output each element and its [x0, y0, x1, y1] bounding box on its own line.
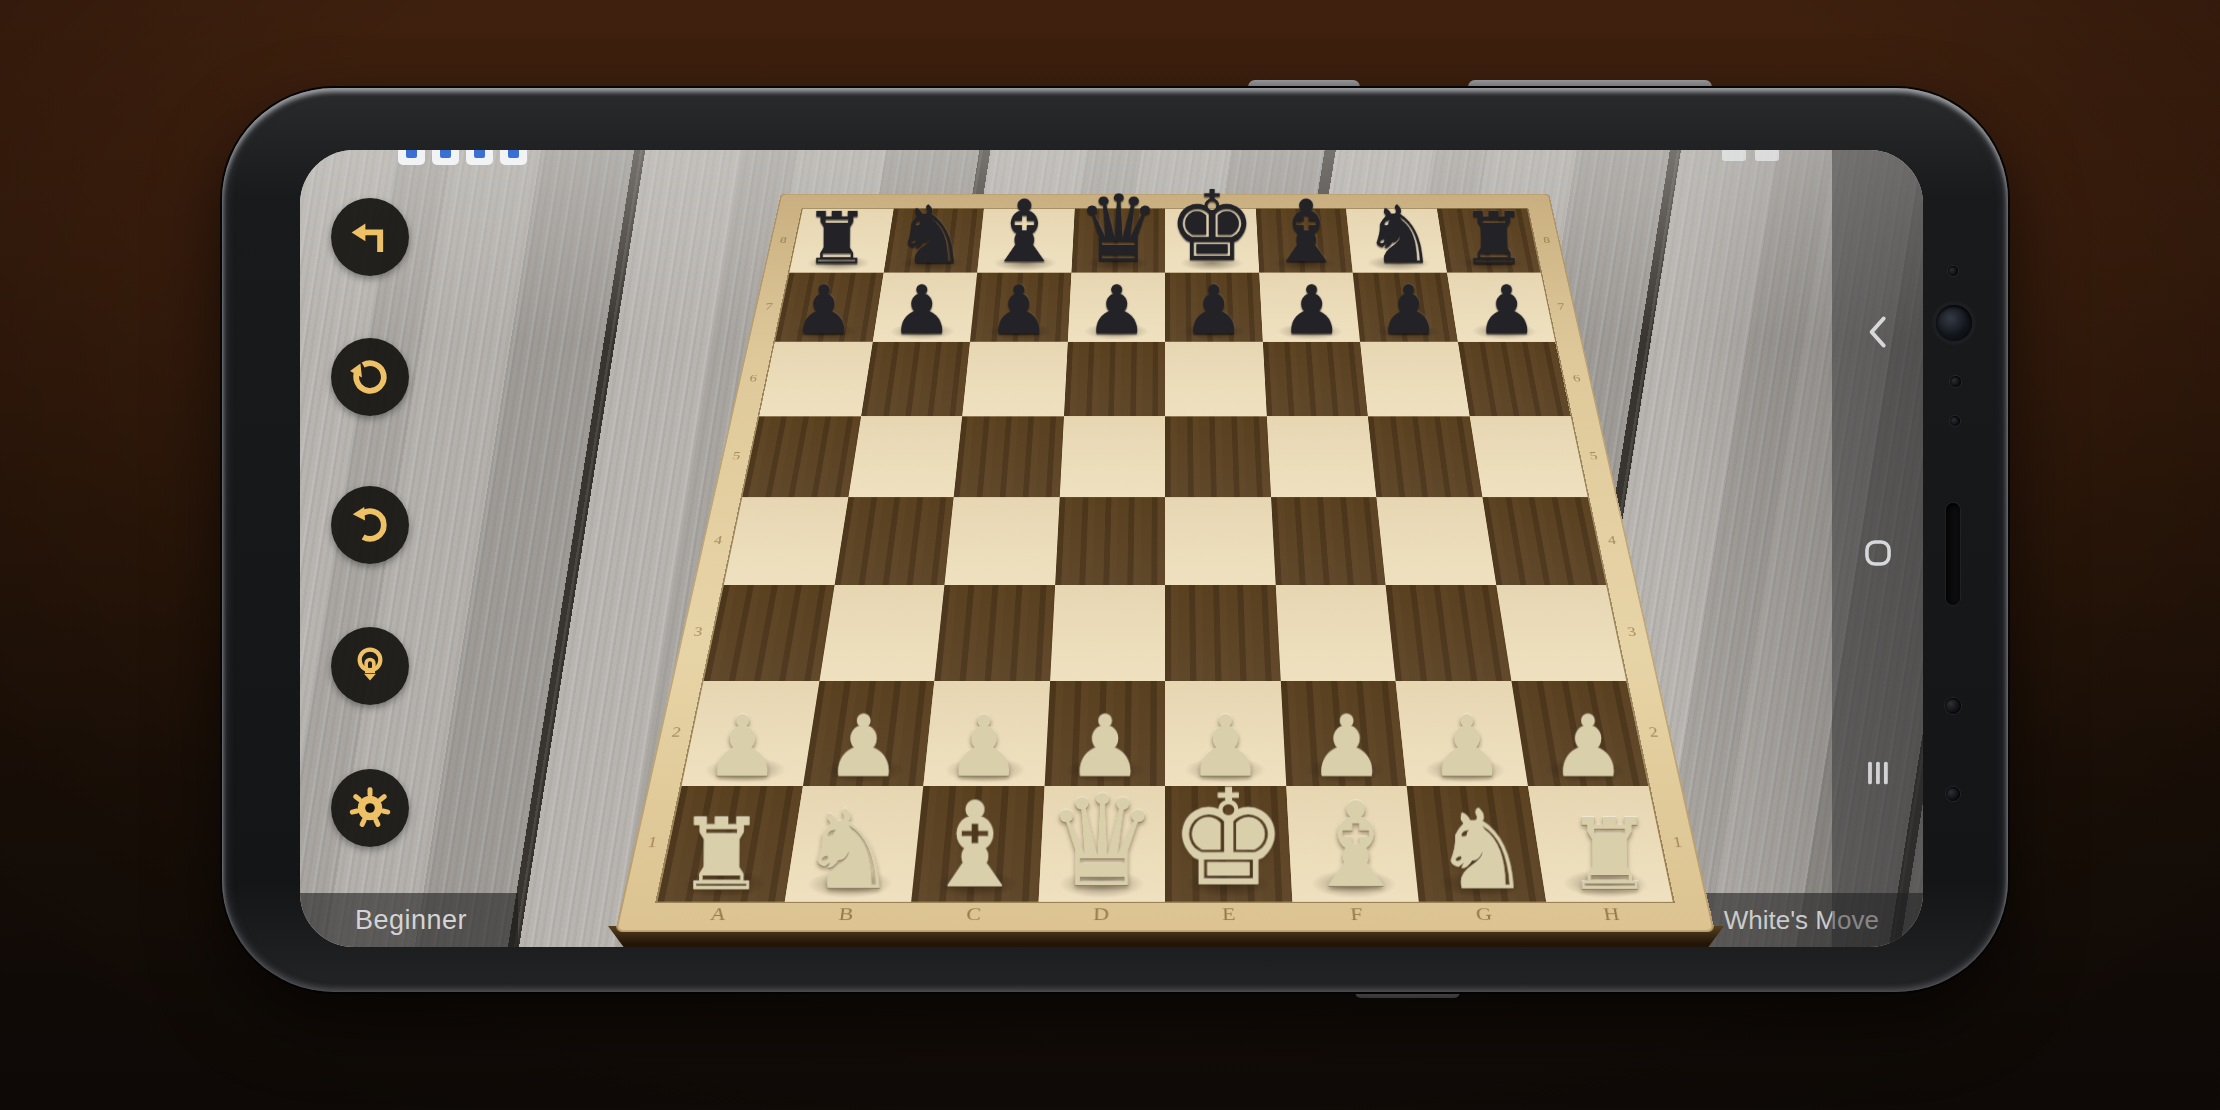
notification-icon	[500, 150, 527, 165]
black-pawn[interactable]: ♟	[1262, 278, 1360, 342]
square-a5[interactable]	[742, 416, 860, 497]
black-queen[interactable]: ♛	[1071, 185, 1165, 273]
square-e3[interactable]	[1165, 585, 1280, 681]
square-b6[interactable]	[861, 342, 970, 417]
black-pawn[interactable]: ♟	[872, 278, 970, 342]
black-pawn[interactable]: ♟	[1360, 278, 1458, 342]
white-pawn[interactable]: ♟	[682, 706, 803, 786]
rotate-board-button[interactable]	[331, 486, 409, 564]
square-h4[interactable]	[1482, 497, 1606, 585]
sensor-dot	[1945, 698, 1961, 714]
square-c8[interactable]: ♝	[977, 209, 1074, 273]
square-h2[interactable]: ♟	[1511, 681, 1648, 786]
square-a7[interactable]: ♟	[775, 273, 883, 342]
square-c3[interactable]	[934, 585, 1054, 681]
square-d1[interactable]: ♛	[1038, 786, 1165, 902]
statusbar-right-icons	[1722, 150, 1779, 161]
square-g3[interactable]	[1386, 585, 1511, 681]
square-e5[interactable]	[1165, 416, 1271, 497]
square-d4[interactable]	[1055, 497, 1165, 585]
notification-icon	[466, 150, 493, 165]
white-pawn[interactable]: ♟	[923, 706, 1044, 786]
square-f8[interactable]: ♝	[1256, 209, 1353, 273]
recents-bars-icon	[1861, 756, 1895, 790]
square-d8[interactable]: ♛	[1071, 209, 1165, 273]
square-d6[interactable]	[1064, 342, 1165, 417]
black-knight[interactable]: ♞	[1353, 197, 1447, 273]
square-b7[interactable]: ♟	[872, 273, 977, 342]
square-b2[interactable]: ♟	[802, 681, 934, 786]
square-a6[interactable]	[759, 342, 872, 417]
square-c4[interactable]	[944, 497, 1059, 585]
earpiece-speaker	[1946, 503, 1960, 605]
front-camera	[1936, 305, 1972, 341]
square-b5[interactable]	[848, 416, 962, 497]
square-g8[interactable]: ♞	[1346, 209, 1447, 273]
black-bishop[interactable]: ♝	[977, 191, 1071, 273]
white-pawn[interactable]: ♟	[1527, 706, 1648, 786]
notification-icon	[432, 150, 459, 165]
square-g2[interactable]: ♟	[1396, 681, 1528, 786]
white-pawn[interactable]: ♟	[1286, 706, 1407, 786]
square-b1[interactable]: ♞	[784, 786, 923, 902]
square-c1[interactable]: ♝	[911, 786, 1044, 902]
square-h3[interactable]	[1496, 585, 1626, 681]
square-b8[interactable]: ♞	[883, 209, 984, 273]
square-c2[interactable]: ♟	[923, 681, 1049, 786]
white-queen[interactable]: ♛	[1038, 782, 1165, 902]
square-f3[interactable]	[1275, 585, 1395, 681]
black-pawn[interactable]: ♟	[1457, 278, 1555, 342]
square-h7[interactable]: ♟	[1447, 273, 1555, 342]
statusbar-notification-icons	[398, 150, 527, 165]
square-f7[interactable]: ♟	[1259, 273, 1360, 342]
home-squircle-icon	[1861, 536, 1895, 570]
difficulty-label: Beginner	[355, 905, 467, 936]
black-pawn[interactable]: ♟	[970, 278, 1068, 342]
sensor-dot	[1948, 266, 1958, 276]
board-grid: ♜♞♝♛♚♝♞♜♟♟♟♟♟♟♟♟♟♟♟♟♟♟♟♟♜♞♝♛♚♝♞♜	[657, 209, 1672, 902]
square-b4[interactable]	[834, 497, 954, 585]
square-a4[interactable]	[724, 497, 848, 585]
square-c7[interactable]: ♟	[970, 273, 1071, 342]
square-h6[interactable]	[1458, 342, 1571, 417]
undo-arrow-icon	[347, 214, 393, 260]
notification-icon	[398, 150, 425, 165]
white-knight[interactable]: ♞	[784, 798, 911, 902]
square-e4[interactable]	[1165, 497, 1275, 585]
white-bishop[interactable]: ♝	[911, 790, 1038, 901]
phone-screen: Beginner 1.White's Move ♜♞♝♛♚♝♞♜♟♟♟♟♟♟♟♟…	[300, 150, 1923, 947]
square-d5[interactable]	[1059, 416, 1165, 497]
square-g4[interactable]	[1376, 497, 1496, 585]
square-f5[interactable]	[1266, 416, 1376, 497]
nav-recents-button[interactable]	[1861, 756, 1895, 794]
white-pawn[interactable]: ♟	[1406, 706, 1527, 786]
sensor-dot	[1950, 416, 1960, 426]
chess-board: ♜♞♝♛♚♝♞♜♟♟♟♟♟♟♟♟♟♟♟♟♟♟♟♟♜♞♝♛♚♝♞♜ ABCDEFG…	[615, 194, 1715, 932]
white-bishop[interactable]: ♝	[1292, 790, 1419, 901]
white-knight[interactable]: ♞	[1418, 798, 1545, 902]
white-king[interactable]: ♚	[1165, 776, 1292, 901]
android-nav-bar	[1832, 150, 1923, 947]
black-pawn[interactable]: ♟	[1067, 278, 1165, 342]
back-chevron-icon	[1861, 313, 1895, 351]
settings-button[interactable]	[331, 769, 409, 847]
white-rook[interactable]: ♜	[1545, 808, 1673, 902]
file-labels: ABCDEFGH	[651, 903, 1678, 930]
square-h5[interactable]	[1469, 416, 1587, 497]
board-frame: ♜♞♝♛♚♝♞♜♟♟♟♟♟♟♟♟♟♟♟♟♟♟♟♟♜♞♝♛♚♝♞♜ ABCDEFG…	[615, 194, 1715, 932]
redo-button[interactable]	[331, 338, 409, 416]
square-f4[interactable]	[1271, 497, 1386, 585]
sensor-dot	[1950, 376, 1961, 387]
redo-rotate-cw-icon	[347, 354, 393, 400]
undo-button[interactable]	[331, 198, 409, 276]
square-c5[interactable]	[954, 416, 1064, 497]
square-a8[interactable]: ♜	[789, 209, 893, 273]
nav-back-button[interactable]	[1861, 313, 1895, 355]
square-b3[interactable]	[819, 585, 944, 681]
square-g7[interactable]: ♟	[1353, 273, 1458, 342]
settings-gear-icon	[347, 785, 393, 831]
square-a3[interactable]	[704, 585, 834, 681]
square-g5[interactable]	[1368, 416, 1482, 497]
black-bishop[interactable]: ♝	[1259, 191, 1353, 273]
square-e8[interactable]: ♚	[1165, 209, 1259, 273]
black-pawn[interactable]: ♟	[775, 278, 873, 342]
square-g6[interactable]	[1360, 342, 1469, 417]
square-e1[interactable]: ♚	[1165, 786, 1292, 902]
screenshot-stage: Beginner 1.White's Move ♜♞♝♛♚♝♞♜♟♟♟♟♟♟♟♟…	[0, 0, 2220, 1110]
square-e7[interactable]: ♟	[1165, 273, 1263, 342]
nav-home-button[interactable]	[1861, 536, 1895, 574]
square-e6[interactable]	[1165, 342, 1266, 417]
black-pawn[interactable]: ♟	[1165, 278, 1263, 342]
square-g1[interactable]: ♞	[1407, 786, 1546, 902]
hint-bulb-icon	[347, 643, 393, 689]
square-a2[interactable]: ♟	[682, 681, 819, 786]
black-knight[interactable]: ♞	[883, 197, 977, 273]
black-rook[interactable]: ♜	[1446, 204, 1540, 273]
black-king[interactable]: ♚	[1165, 181, 1259, 273]
square-c6[interactable]	[962, 342, 1067, 417]
square-h8[interactable]: ♜	[1437, 209, 1541, 273]
square-d7[interactable]: ♟	[1067, 273, 1165, 342]
white-pawn[interactable]: ♟	[802, 706, 923, 786]
square-f6[interactable]	[1263, 342, 1368, 417]
sensor-dot	[1946, 787, 1960, 801]
black-rook[interactable]: ♜	[789, 204, 883, 273]
white-rook[interactable]: ♜	[657, 808, 785, 902]
difficulty-badge: Beginner	[300, 893, 518, 947]
square-d3[interactable]	[1050, 585, 1165, 681]
square-h1[interactable]: ♜	[1528, 786, 1673, 902]
square-f1[interactable]: ♝	[1286, 786, 1419, 902]
rotate-ccw-icon	[347, 502, 393, 548]
hint-button[interactable]	[331, 627, 409, 705]
square-a1[interactable]: ♜	[657, 786, 802, 902]
square-f2[interactable]: ♟	[1280, 681, 1406, 786]
